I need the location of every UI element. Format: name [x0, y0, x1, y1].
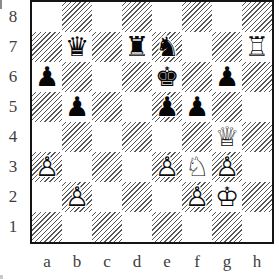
piece-outline-layer: ♙	[152, 152, 182, 182]
file-labels: abcdefgh	[32, 247, 272, 277]
square-d6[interactable]	[122, 62, 152, 92]
piece-outline-layer: ♙	[32, 152, 62, 182]
square-g2[interactable]: ♚♔	[212, 182, 242, 212]
square-d8[interactable]	[122, 2, 152, 32]
piece-white-pawn[interactable]: ♟♙	[182, 182, 212, 212]
rank-label-3: 3	[0, 152, 26, 182]
square-a3[interactable]: ♟♙	[32, 152, 62, 182]
square-f4[interactable]	[182, 122, 212, 152]
piece-glyph: ♞	[152, 32, 182, 62]
square-a2[interactable]	[32, 182, 62, 212]
piece-outline-layer: ♙	[212, 152, 242, 182]
file-label-h: h	[242, 247, 272, 277]
square-e1[interactable]	[152, 212, 182, 242]
file-label-f: f	[182, 247, 212, 277]
square-f3[interactable]: ♞♘	[182, 152, 212, 182]
piece-white-king[interactable]: ♚♔	[212, 182, 242, 212]
square-h1[interactable]	[242, 212, 272, 242]
square-f7[interactable]	[182, 32, 212, 62]
piece-glyph: ♛	[62, 32, 92, 62]
file-label-d: d	[122, 247, 152, 277]
square-g6[interactable]: ♟	[212, 62, 242, 92]
square-d7[interactable]: ♜	[122, 32, 152, 62]
piece-white-pawn[interactable]: ♟♙	[212, 152, 242, 182]
piece-white-pawn[interactable]: ♟♙	[62, 182, 92, 212]
square-a1[interactable]	[32, 212, 62, 242]
square-e8[interactable]	[152, 2, 182, 32]
square-c4[interactable]	[92, 122, 122, 152]
piece-black-rook[interactable]: ♜	[122, 32, 152, 62]
square-g4[interactable]: ♛♕	[212, 122, 242, 152]
square-b2[interactable]: ♟♙	[62, 182, 92, 212]
square-c8[interactable]	[92, 2, 122, 32]
rank-label-8: 8	[0, 2, 26, 32]
square-h6[interactable]	[242, 62, 272, 92]
piece-outline-layer: ♘	[182, 152, 212, 182]
square-g3[interactable]: ♟♙	[212, 152, 242, 182]
piece-glyph: ♟	[32, 62, 62, 92]
rank-label-5: 5	[0, 92, 26, 122]
rank-labels: 87654321	[0, 2, 26, 242]
piece-white-pawn[interactable]: ♟♙	[32, 152, 62, 182]
square-a4[interactable]	[32, 122, 62, 152]
square-h3[interactable]	[242, 152, 272, 182]
square-b8[interactable]	[62, 2, 92, 32]
square-d1[interactable]	[122, 212, 152, 242]
piece-black-pawn[interactable]: ♟	[62, 92, 92, 122]
square-d2[interactable]	[122, 182, 152, 212]
square-a5[interactable]	[32, 92, 62, 122]
square-c3[interactable]	[92, 152, 122, 182]
square-b5[interactable]: ♟	[62, 92, 92, 122]
piece-glyph: ♜	[122, 32, 152, 62]
square-c5[interactable]	[92, 92, 122, 122]
piece-black-pawn[interactable]: ♟	[32, 62, 62, 92]
square-e6[interactable]: ♚	[152, 62, 182, 92]
square-h8[interactable]	[242, 2, 272, 32]
piece-white-queen[interactable]: ♛♕	[212, 122, 242, 152]
piece-white-rook[interactable]: ♜♖	[242, 32, 272, 62]
square-a6[interactable]: ♟	[32, 62, 62, 92]
square-d4[interactable]	[122, 122, 152, 152]
square-f1[interactable]	[182, 212, 212, 242]
file-label-g: g	[212, 247, 242, 277]
square-b6[interactable]	[62, 62, 92, 92]
square-c2[interactable]	[92, 182, 122, 212]
square-e7[interactable]: ♞	[152, 32, 182, 62]
square-f8[interactable]	[182, 2, 212, 32]
piece-glyph: ♟	[212, 62, 242, 92]
scan-artifact-bottom	[0, 275, 3, 279]
piece-glyph: ♟	[152, 92, 182, 122]
file-label-e: e	[152, 247, 182, 277]
rank-label-4: 4	[0, 122, 26, 152]
piece-black-king[interactable]: ♚	[152, 62, 182, 92]
square-g7[interactable]	[212, 32, 242, 62]
chess-diagram: 87654321 ♛♜♞♜♖♟♚♟♟♟♟♛♕♟♙♟♙♞♘♟♙♟♙♟♙♚♔ abc…	[0, 0, 279, 279]
square-h5[interactable]	[242, 92, 272, 122]
piece-black-pawn[interactable]: ♟	[152, 92, 182, 122]
square-e5[interactable]: ♟	[152, 92, 182, 122]
square-e2[interactable]	[152, 182, 182, 212]
piece-black-pawn[interactable]: ♟	[182, 92, 212, 122]
piece-outline-layer: ♔	[212, 182, 242, 212]
square-g5[interactable]	[212, 92, 242, 122]
square-b4[interactable]	[62, 122, 92, 152]
piece-outline-layer: ♕	[212, 122, 242, 152]
square-c6[interactable]	[92, 62, 122, 92]
square-e3[interactable]: ♟♙	[152, 152, 182, 182]
rank-label-2: 2	[0, 182, 26, 212]
piece-black-pawn[interactable]: ♟	[212, 62, 242, 92]
file-label-a: a	[32, 247, 62, 277]
square-f6[interactable]	[182, 62, 212, 92]
square-f5[interactable]: ♟	[182, 92, 212, 122]
square-b7[interactable]: ♛	[62, 32, 92, 62]
square-f2[interactable]: ♟♙	[182, 182, 212, 212]
piece-outline-layer: ♙	[182, 182, 212, 212]
square-e4[interactable]	[152, 122, 182, 152]
square-a8[interactable]	[32, 2, 62, 32]
square-b1[interactable]	[62, 212, 92, 242]
piece-black-knight[interactable]: ♞	[152, 32, 182, 62]
piece-glyph: ♚	[152, 62, 182, 92]
square-d5[interactable]	[122, 92, 152, 122]
file-label-c: c	[92, 247, 122, 277]
piece-glyph: ♟	[182, 92, 212, 122]
square-g1[interactable]	[212, 212, 242, 242]
rank-label-7: 7	[0, 32, 26, 62]
square-a7[interactable]	[32, 32, 62, 62]
square-c7[interactable]	[92, 32, 122, 62]
square-c1[interactable]	[92, 212, 122, 242]
square-g8[interactable]	[212, 2, 242, 32]
piece-outline-layer: ♙	[62, 182, 92, 212]
square-h4[interactable]	[242, 122, 272, 152]
square-b3[interactable]	[62, 152, 92, 182]
square-h7[interactable]: ♜♖	[242, 32, 272, 62]
piece-glyph: ♟	[62, 92, 92, 122]
piece-white-pawn[interactable]: ♟♙	[152, 152, 182, 182]
chess-board: ♛♜♞♜♖♟♚♟♟♟♟♛♕♟♙♟♙♞♘♟♙♟♙♟♙♚♔	[30, 0, 274, 244]
piece-black-queen[interactable]: ♛	[62, 32, 92, 62]
rank-label-6: 6	[0, 62, 26, 92]
square-d3[interactable]	[122, 152, 152, 182]
file-label-b: b	[62, 247, 92, 277]
rank-label-1: 1	[0, 212, 26, 242]
piece-outline-layer: ♖	[242, 32, 272, 62]
square-h2[interactable]	[242, 182, 272, 212]
piece-white-knight[interactable]: ♞♘	[182, 152, 212, 182]
